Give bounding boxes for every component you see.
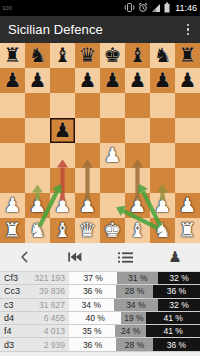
vibrate-icon [124, 0, 135, 17]
result-bar: 36 %28 %36 % [69, 338, 200, 350]
games-count: 321 193 [31, 272, 65, 284]
square-d1[interactable]: ♛ [75, 218, 100, 243]
square-g6[interactable] [150, 93, 175, 118]
result-bar: 36 %28 %36 % [69, 285, 200, 297]
square-h5[interactable] [175, 118, 200, 143]
move-label: c3 [0, 299, 31, 311]
piece-black-rook-a8: ♜ [0, 43, 25, 68]
piece-white-pawn-c2: ♟ [50, 193, 75, 218]
square-a1[interactable]: ♜ [0, 218, 25, 243]
square-f2[interactable]: ♟ [125, 193, 150, 218]
move-row-Cc3[interactable]: Cc339 83636 %28 %36 % [0, 285, 200, 298]
games-count: 4 013 [31, 325, 65, 337]
move-label: f4 [0, 325, 31, 337]
square-b5[interactable] [25, 118, 50, 143]
square-c1[interactable]: ♝ [50, 218, 75, 243]
board-area: ♜♞♝♛♚♝♞♜♟♟♟♟♟♟♟♟♟♟♟♟♟♟♟♟♜♞♝♛♚♝♞♜ [0, 43, 200, 243]
piece-white-pawn-d2: ♟ [75, 193, 100, 218]
square-d7[interactable]: ♟ [75, 68, 100, 93]
black-win-segment: 41 % [146, 325, 200, 337]
piece-black-pawn-a7: ♟ [0, 68, 25, 93]
square-f3[interactable] [125, 168, 150, 193]
piece-white-pawn-h2: ♟ [175, 193, 200, 218]
square-b7[interactable]: ♟ [25, 68, 50, 93]
draw-segment: 24 % [115, 325, 146, 337]
square-a8[interactable]: ♜ [0, 43, 25, 68]
square-e4[interactable]: ♟ [100, 143, 125, 168]
move-label: d3 [0, 338, 31, 350]
draw-segment: 19 % [121, 312, 146, 324]
black-win-segment: 32 % [158, 272, 200, 284]
alarm-icon [138, 0, 148, 17]
square-h6[interactable] [175, 93, 200, 118]
status-bar: 100 11:46 [0, 0, 200, 16]
square-a5[interactable] [0, 118, 25, 143]
board[interactable]: ♜♞♝♛♚♝♞♜♟♟♟♟♟♟♟♟♟♟♟♟♟♟♟♟♜♞♝♛♚♝♞♜ [0, 43, 200, 243]
white-win-segment: 34 % [69, 299, 114, 311]
square-e2[interactable] [100, 193, 125, 218]
piece-black-pawn-b7: ♟ [25, 68, 50, 93]
result-bar: 35 %24 %41 % [69, 325, 200, 337]
square-e6[interactable] [100, 93, 125, 118]
square-f7[interactable]: ♟ [125, 68, 150, 93]
draw-segment: 28 % [116, 338, 153, 350]
square-g8[interactable]: ♞ [150, 43, 175, 68]
square-c5[interactable]: ♟ [50, 118, 75, 143]
square-d4[interactable] [75, 143, 100, 168]
piece-black-king-e8: ♚ [100, 43, 125, 68]
square-g7[interactable]: ♟ [150, 68, 175, 93]
square-d6[interactable] [75, 93, 100, 118]
square-d2[interactable]: ♟ [75, 193, 100, 218]
square-f4[interactable] [125, 143, 150, 168]
square-b8[interactable]: ♞ [25, 43, 50, 68]
games-count: 2 939 [31, 338, 65, 350]
battery-icon [164, 0, 170, 17]
games-count: 6 455 [31, 312, 65, 324]
games-count: 31 627 [31, 299, 65, 311]
square-a3[interactable] [0, 168, 25, 193]
square-g5[interactable] [150, 118, 175, 143]
partial-next-row [0, 352, 200, 356]
signal-icon [151, 0, 161, 17]
square-e8[interactable]: ♚ [100, 43, 125, 68]
toolbar: ♟ [0, 243, 200, 272]
white-win-segment: 37 % [69, 272, 117, 284]
black-win-segment: 41 % [146, 312, 200, 324]
black-win-segment: 32 % [158, 299, 200, 311]
piece-white-pawn-f2: ♟ [125, 193, 150, 218]
piece-black-rook-h8: ♜ [175, 43, 200, 68]
draw-segment: 28 % [116, 285, 153, 297]
draw-segment: 31 % [117, 272, 158, 284]
back-icon[interactable] [0, 243, 50, 271]
square-c2[interactable]: ♟ [50, 193, 75, 218]
piece-white-pawn-e4: ♟ [100, 143, 125, 168]
status-left-text: 100 [0, 5, 124, 11]
white-win-segment: 36 % [69, 285, 116, 297]
square-e1[interactable]: ♚ [100, 218, 125, 243]
square-h8[interactable]: ♜ [175, 43, 200, 68]
square-h3[interactable] [175, 168, 200, 193]
move-label: d4 [0, 312, 31, 324]
piece-black-knight-g8: ♞ [150, 43, 175, 68]
move-label: Cf3 [0, 272, 31, 284]
black-win-segment: 36 % [153, 338, 200, 350]
moves-table: Cf3321 19337 %31 %32 %Cc339 83636 %28 %3… [0, 272, 200, 356]
square-c3[interactable] [50, 168, 75, 193]
square-d8[interactable]: ♛ [75, 43, 100, 68]
move-row-f4[interactable]: f44 01335 %24 %41 % [0, 325, 200, 338]
piece-black-queen-d8: ♛ [75, 43, 100, 68]
square-b3[interactable] [25, 168, 50, 193]
piece-white-pawn-a2: ♟ [0, 193, 25, 218]
piece-black-pawn-e7: ♟ [100, 68, 125, 93]
square-d3[interactable] [75, 168, 100, 193]
piece-white-king-e1: ♚ [100, 218, 125, 243]
square-a7[interactable]: ♟ [0, 68, 25, 93]
square-b6[interactable] [25, 93, 50, 118]
square-f8[interactable]: ♝ [125, 43, 150, 68]
square-h4[interactable] [175, 143, 200, 168]
square-a6[interactable] [0, 93, 25, 118]
square-f5[interactable] [125, 118, 150, 143]
page-title: Sicilian Defence [0, 22, 176, 37]
piece-white-knight-g1: ♞ [150, 218, 175, 243]
piece-black-pawn-g7: ♟ [150, 68, 175, 93]
square-g4[interactable] [150, 143, 175, 168]
square-a4[interactable] [0, 143, 25, 168]
games-count: 39 836 [31, 285, 65, 297]
title-bar: Sicilian Defence [0, 16, 200, 43]
piece-black-pawn-c5: ♟ [50, 118, 75, 143]
result-bar: 40 %19 %41 % [69, 312, 200, 324]
move-row-d3[interactable]: d32 93936 %28 %36 % [0, 338, 200, 351]
skip-to-start-icon[interactable] [50, 243, 100, 271]
square-c6[interactable] [50, 93, 75, 118]
result-bar: 37 %31 %32 % [69, 272, 200, 284]
square-b1[interactable]: ♞ [25, 218, 50, 243]
move-label: Cc3 [0, 285, 31, 297]
square-d5[interactable] [75, 118, 100, 143]
move-row-c3[interactable]: c331 62734 %34 %32 % [0, 299, 200, 312]
piece-black-bishop-f8: ♝ [125, 43, 150, 68]
square-h2[interactable]: ♟ [175, 193, 200, 218]
piece-white-rook-h1: ♜ [175, 218, 200, 243]
kebab-menu-icon[interactable] [176, 18, 200, 42]
black-win-segment: 36 % [153, 285, 200, 297]
white-win-segment: 35 % [69, 325, 115, 337]
square-c8[interactable]: ♝ [50, 43, 75, 68]
move-list-icon[interactable] [100, 243, 150, 271]
app-screen: 100 11:46 Sicilian Defence ♜♞♝♛♚♝♞♜♟♟♟♟♟… [0, 0, 200, 356]
status-icons: 11:46 [124, 0, 200, 17]
square-h1[interactable]: ♜ [175, 218, 200, 243]
status-time: 11:46 [175, 3, 197, 13]
draw-segment: 34 % [114, 299, 159, 311]
square-g1[interactable]: ♞ [150, 218, 175, 243]
square-c4[interactable] [50, 143, 75, 168]
piece-white-pawn-b2: ♟ [25, 193, 50, 218]
square-e5[interactable] [100, 118, 125, 143]
piece-white-bishop-f1: ♝ [125, 218, 150, 243]
piece-black-pawn-h7: ♟ [175, 68, 200, 93]
square-e7[interactable]: ♟ [100, 68, 125, 93]
piece-white-queen-d1: ♛ [75, 218, 100, 243]
piece-black-bishop-c8: ♝ [50, 43, 75, 68]
piece-white-knight-b1: ♞ [25, 218, 50, 243]
white-win-segment: 36 % [69, 338, 116, 350]
square-h7[interactable]: ♟ [175, 68, 200, 93]
square-c7[interactable] [50, 68, 75, 93]
move-row-d4[interactable]: d46 45540 %19 %41 % [0, 312, 200, 325]
square-a2[interactable]: ♟ [0, 193, 25, 218]
piece-black-knight-b8: ♞ [25, 43, 50, 68]
square-g2[interactable]: ♟ [150, 193, 175, 218]
piece-white-pawn-g2: ♟ [150, 193, 175, 218]
square-f6[interactable] [125, 93, 150, 118]
square-g3[interactable] [150, 168, 175, 193]
square-b2[interactable]: ♟ [25, 193, 50, 218]
result-bar: 34 %34 %32 % [69, 299, 200, 311]
square-f1[interactable]: ♝ [125, 218, 150, 243]
pawn-icon[interactable]: ♟ [150, 243, 200, 271]
square-e3[interactable] [100, 168, 125, 193]
move-row-Cf3[interactable]: Cf3321 19337 %31 %32 % [0, 272, 200, 285]
piece-black-pawn-d7: ♟ [75, 68, 100, 93]
white-win-segment: 40 % [69, 312, 121, 324]
square-b4[interactable] [25, 143, 50, 168]
piece-white-rook-a1: ♜ [0, 218, 25, 243]
piece-white-bishop-c1: ♝ [50, 218, 75, 243]
piece-black-pawn-f7: ♟ [125, 68, 150, 93]
